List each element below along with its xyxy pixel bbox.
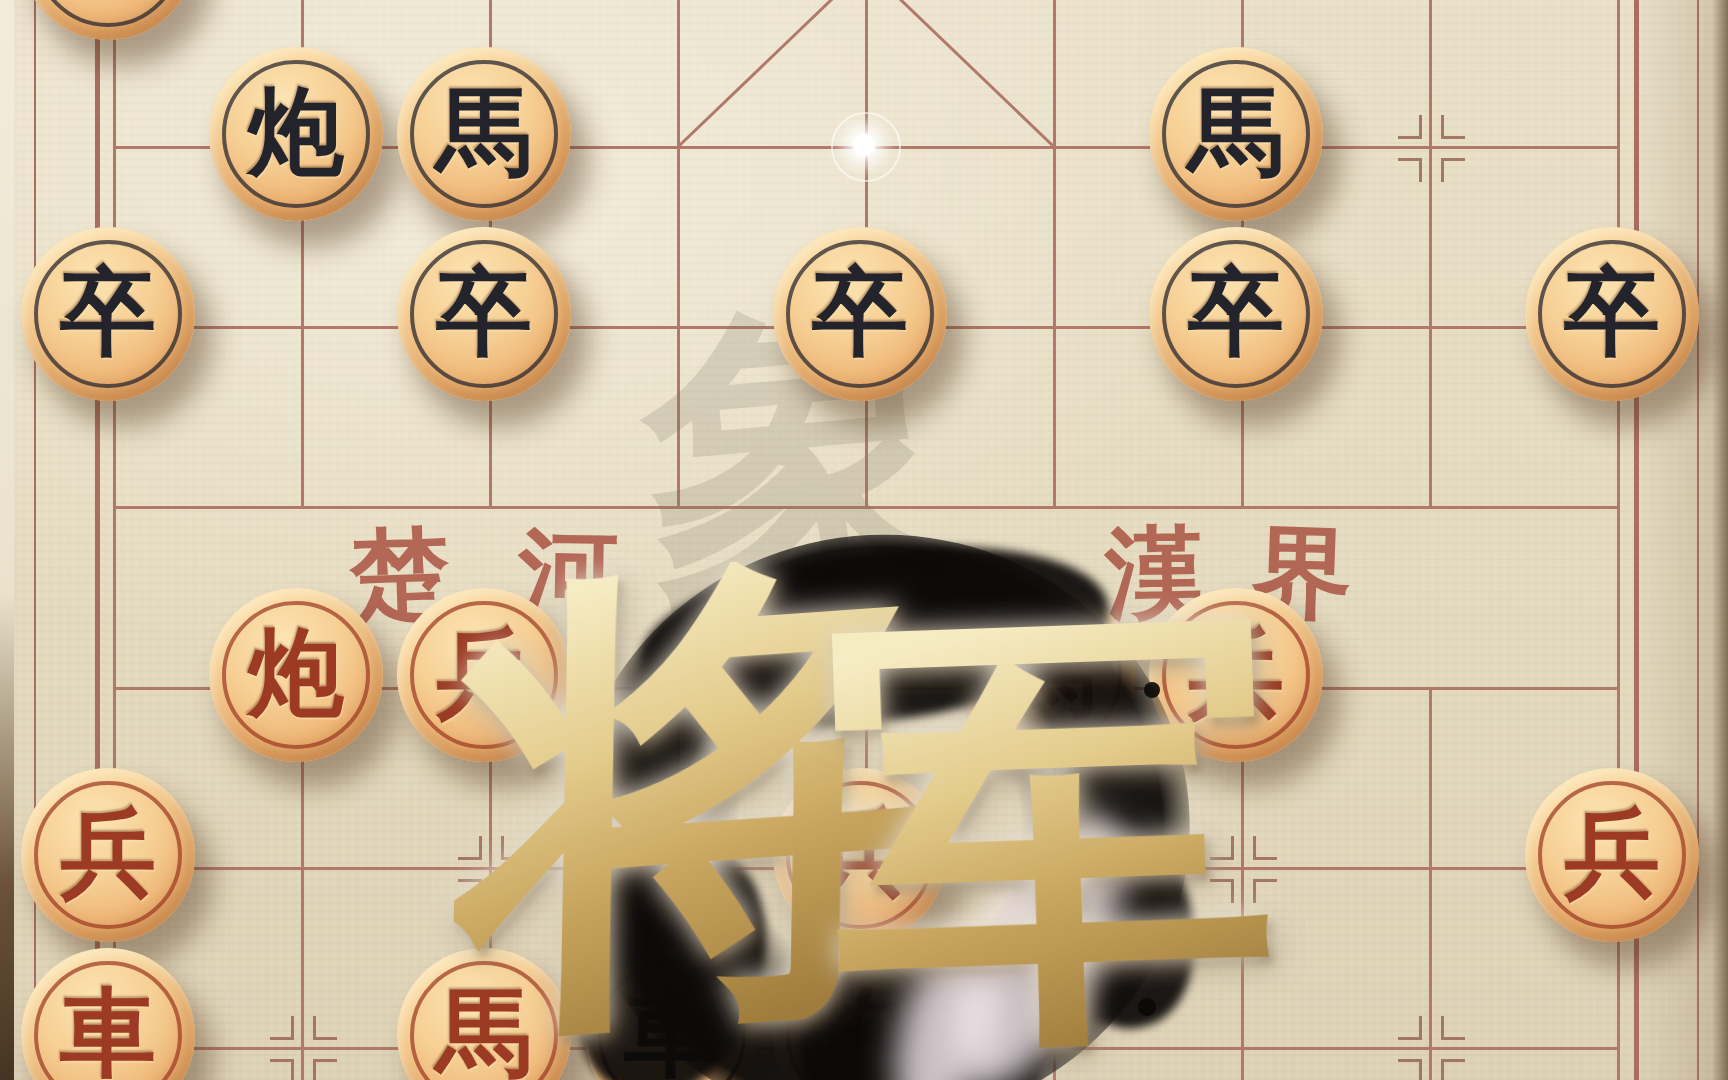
piece-red-soldier-hidden[interactable]: 兵 [773, 768, 947, 942]
piece-character: 卒 [1525, 227, 1699, 401]
point-marker [458, 836, 482, 860]
point-marker [501, 879, 525, 903]
piece-red-soldier[interactable]: 兵 [397, 588, 571, 762]
piece-black-horse[interactable]: 馬 [397, 47, 571, 221]
piece-character: 馬 [961, 588, 1135, 762]
piece-black-soldier[interactable]: 卒 [1525, 227, 1699, 401]
piece-character: 卒 [21, 227, 195, 401]
piece-red-cannon[interactable]: 炮 [209, 588, 383, 762]
piece-character: 卒 [397, 227, 571, 401]
grid-line [1053, 0, 1056, 509]
piece-character [21, 0, 195, 40]
point-marker [458, 879, 482, 903]
point-marker [1441, 1016, 1465, 1040]
piece-black-soldier[interactable]: 卒 [21, 227, 195, 401]
piece-black-horse[interactable]: 馬 [1149, 47, 1323, 221]
point-marker [1441, 158, 1465, 182]
piece-red-soldier[interactable]: 兵 [21, 768, 195, 942]
piece-red-soldier[interactable]: 兵 [1149, 588, 1323, 762]
point-marker [1398, 158, 1422, 182]
piece-black-soldier[interactable]: 卒 [1149, 227, 1323, 401]
point-marker [270, 1059, 294, 1080]
point-marker [1253, 879, 1277, 903]
point-marker [1398, 1059, 1422, 1080]
piece-red-cannon-hidden[interactable]: 炮 [773, 948, 947, 1080]
point-marker [1253, 836, 1277, 860]
piece-character: 車 [585, 948, 759, 1080]
piece-character: 兵 [1149, 588, 1323, 762]
piece-red-chariot[interactable]: 車 [21, 948, 195, 1080]
piece-character: 兵 [397, 588, 571, 762]
point-marker [313, 1016, 337, 1040]
piece-black-soldier[interactable]: 卒 [397, 227, 571, 401]
piece-character: 兵 [1525, 768, 1699, 942]
piece-black-chariot[interactable]: 車 [585, 948, 759, 1080]
point-marker [501, 836, 525, 860]
screen-right-edge [1712, 0, 1728, 1080]
piece-red-horse[interactable]: 馬 [397, 948, 571, 1080]
piece-black-cannon[interactable]: 炮 [209, 47, 383, 221]
piece-red-soldier[interactable]: 兵 [1525, 768, 1699, 942]
piece-character: 卒 [1149, 227, 1323, 401]
point-marker [1210, 836, 1234, 860]
point-marker [1441, 115, 1465, 139]
glow-core [853, 134, 875, 156]
piece-unknown-piece-cropped[interactable] [21, 0, 195, 40]
piece-character: 兵 [21, 768, 195, 942]
point-marker [1210, 879, 1234, 903]
piece-character: 馬 [397, 948, 571, 1080]
xiangqi-board[interactable]: 象 楚 河 漢 界 炮馬馬卒卒卒卒卒炮兵馬兵兵兵兵車馬車炮 将 军 [0, 0, 1728, 1080]
grid-line [1429, 0, 1432, 509]
piece-red-horse[interactable]: 馬 [961, 588, 1135, 762]
piece-black-soldier[interactable]: 卒 [773, 227, 947, 401]
point-marker [313, 1059, 337, 1080]
point-marker [270, 1016, 294, 1040]
piece-character: 馬 [397, 47, 571, 221]
piece-character: 兵 [773, 768, 947, 942]
piece-character: 卒 [773, 227, 947, 401]
piece-character: 馬 [1149, 47, 1323, 221]
piece-character: 炮 [209, 588, 383, 762]
point-marker [1398, 115, 1422, 139]
point-marker [1441, 1059, 1465, 1080]
screen-left-edge [0, 0, 14, 1080]
piece-character: 炮 [773, 948, 947, 1080]
piece-character: 車 [21, 948, 195, 1080]
grid-line [1429, 687, 1432, 1080]
piece-character: 炮 [209, 47, 383, 221]
point-marker [1398, 1016, 1422, 1040]
